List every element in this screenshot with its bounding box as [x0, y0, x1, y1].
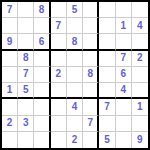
- cell-r7c5[interactable]: 4: [67, 99, 83, 115]
- cell-r4c5[interactable]: [67, 51, 83, 67]
- cell-r2c6[interactable]: [83, 18, 99, 34]
- cell-r7c9[interactable]: 1: [132, 99, 148, 115]
- cell-r9c4[interactable]: [51, 132, 67, 148]
- cell-r4c3[interactable]: [34, 51, 50, 67]
- cell-r5c8[interactable]: 6: [116, 67, 132, 83]
- cell-r8c9[interactable]: [132, 116, 148, 132]
- cell-r4c7[interactable]: [99, 51, 115, 67]
- cell-r6c3[interactable]: [34, 83, 50, 99]
- cell-r1c3[interactable]: 8: [34, 2, 50, 18]
- cell-r2c5[interactable]: [67, 18, 83, 34]
- cell-r8c7[interactable]: [99, 116, 115, 132]
- cell-r3c3[interactable]: 6: [34, 34, 50, 50]
- cell-r4c8[interactable]: 7: [116, 51, 132, 67]
- cell-r1c2[interactable]: [18, 2, 34, 18]
- cell-r2c7[interactable]: [99, 18, 115, 34]
- cell-r8c5[interactable]: [67, 116, 83, 132]
- cell-r6c7[interactable]: [99, 83, 115, 99]
- cell-r7c4[interactable]: [51, 99, 67, 115]
- cell-r1c4[interactable]: [51, 2, 67, 18]
- cell-r7c6[interactable]: [83, 99, 99, 115]
- cell-r4c1[interactable]: [2, 51, 18, 67]
- cell-r3c7[interactable]: [99, 34, 115, 50]
- cell-r1c7[interactable]: [99, 2, 115, 18]
- cell-r6c9[interactable]: [132, 83, 148, 99]
- cell-r8c3[interactable]: [34, 116, 50, 132]
- cell-r3c9[interactable]: [132, 34, 148, 50]
- cell-r4c9[interactable]: 2: [132, 51, 148, 67]
- cell-r5c7[interactable]: [99, 67, 115, 83]
- cell-r8c6[interactable]: 7: [83, 116, 99, 132]
- cell-r7c3[interactable]: [34, 99, 50, 115]
- cell-r2c2[interactable]: [18, 18, 34, 34]
- cell-r4c2[interactable]: 8: [18, 51, 34, 67]
- cell-r5c6[interactable]: 8: [83, 67, 99, 83]
- cell-r1c8[interactable]: [116, 2, 132, 18]
- cell-r6c1[interactable]: 1: [2, 83, 18, 99]
- cell-r3c2[interactable]: [18, 34, 34, 50]
- cell-r4c4[interactable]: [51, 51, 67, 67]
- cell-r7c2[interactable]: [18, 99, 34, 115]
- cell-r7c1[interactable]: [2, 99, 18, 115]
- cell-r8c4[interactable]: [51, 116, 67, 132]
- cell-r1c5[interactable]: 5: [67, 2, 83, 18]
- cell-r9c5[interactable]: 2: [67, 132, 83, 148]
- cell-r2c3[interactable]: [34, 18, 50, 34]
- cell-r5c3[interactable]: [34, 67, 50, 83]
- cell-r6c5[interactable]: [67, 83, 83, 99]
- cell-r6c4[interactable]: [51, 83, 67, 99]
- cell-r9c2[interactable]: [18, 132, 34, 148]
- cell-r2c9[interactable]: 4: [132, 18, 148, 34]
- cell-r9c8[interactable]: [116, 132, 132, 148]
- cell-r3c6[interactable]: [83, 34, 99, 50]
- cell-r7c8[interactable]: [116, 99, 132, 115]
- cell-r7c7[interactable]: 7: [99, 99, 115, 115]
- cell-r9c3[interactable]: [34, 132, 50, 148]
- cell-r3c5[interactable]: 8: [67, 34, 83, 50]
- cell-r8c2[interactable]: 3: [18, 116, 34, 132]
- cell-r6c8[interactable]: 4: [116, 83, 132, 99]
- cell-r6c2[interactable]: 5: [18, 83, 34, 99]
- cell-r1c6[interactable]: [83, 2, 99, 18]
- cell-r9c6[interactable]: [83, 132, 99, 148]
- cell-r5c2[interactable]: 7: [18, 67, 34, 83]
- cell-r9c1[interactable]: [2, 132, 18, 148]
- cell-r3c4[interactable]: [51, 34, 67, 50]
- sudoku-board: 7857149688727286154471237259: [0, 0, 150, 150]
- cell-r9c9[interactable]: 9: [132, 132, 148, 148]
- cell-r5c4[interactable]: 2: [51, 67, 67, 83]
- cell-r8c1[interactable]: 2: [2, 116, 18, 132]
- cell-r5c1[interactable]: [2, 67, 18, 83]
- cell-r3c1[interactable]: 9: [2, 34, 18, 50]
- cell-r5c9[interactable]: [132, 67, 148, 83]
- cell-r9c7[interactable]: 5: [99, 132, 115, 148]
- cell-r1c1[interactable]: 7: [2, 2, 18, 18]
- cell-r6c6[interactable]: [83, 83, 99, 99]
- cell-r1c9[interactable]: [132, 2, 148, 18]
- cell-r5c5[interactable]: [67, 67, 83, 83]
- cell-r4c6[interactable]: [83, 51, 99, 67]
- cell-r2c8[interactable]: 1: [116, 18, 132, 34]
- cell-r8c8[interactable]: [116, 116, 132, 132]
- cell-r3c8[interactable]: [116, 34, 132, 50]
- cell-r2c4[interactable]: 7: [51, 18, 67, 34]
- cell-r2c1[interactable]: [2, 18, 18, 34]
